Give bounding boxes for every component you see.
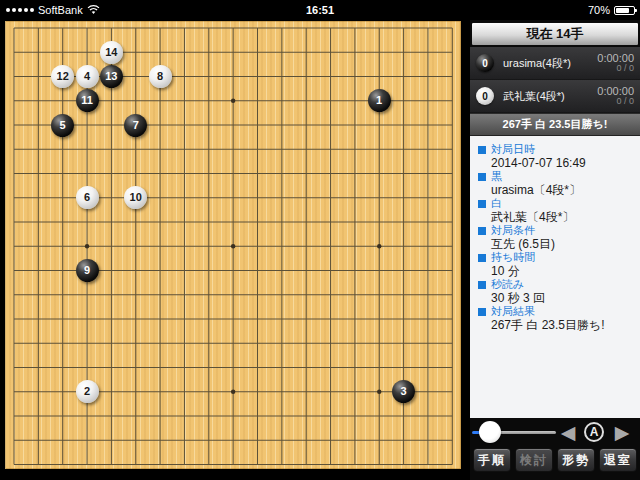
white-captures-stone-icon: 0 <box>476 87 494 105</box>
game-result-banner: 267手 白 23.5目勝ち! <box>470 113 640 136</box>
app-screen: SoftBank 16:51 70% 1234567891011121314 現… <box>0 0 640 480</box>
playback-controls: ◀ A ▶ 手順 検討 形勢 退室 <box>470 418 640 480</box>
info-label: 持ち時間 <box>478 251 634 265</box>
info-value: urasima〔4段*〕 <box>478 184 634 198</box>
bullet-icon <box>478 200 486 208</box>
player-row-white: 0 武礼葉(4段*) 0:00:00 0 / 0 <box>470 80 640 113</box>
stone-black-move-13: 13 <box>100 65 123 88</box>
battery-percent-label: 70% <box>588 4 610 16</box>
bullet-icon <box>478 227 486 235</box>
stone-black-move-7: 7 <box>124 114 147 137</box>
stone-white-move-10: 10 <box>124 186 147 209</box>
stone-white-move-4: 4 <box>76 65 99 88</box>
battery-icon <box>614 6 635 15</box>
info-label: 白 <box>478 197 634 211</box>
info-value: 10 分 <box>478 265 634 279</box>
stone-white-move-14: 14 <box>100 41 123 64</box>
players-panel: 0 urasima(4段*) 0:00:00 0 / 0 0 武礼葉(4段*) … <box>470 47 640 113</box>
moves-button[interactable]: 手順 <box>473 448 511 472</box>
move-counter-header: 現在 14手 <box>471 22 639 46</box>
stone-black-move-5: 5 <box>51 114 74 137</box>
game-details-panel: 対局日時 2014-07-07 16:49 黒 urasima〔4段*〕 白 武… <box>470 136 640 418</box>
white-byoyomi-periods: 0 / 0 <box>597 97 634 107</box>
info-value: 2014-07-07 16:49 <box>478 157 634 171</box>
bullet-icon <box>478 308 486 316</box>
info-label: 秒読み <box>478 278 634 292</box>
info-label: 対局結果 <box>478 305 634 319</box>
stone-black-move-1: 1 <box>368 89 391 112</box>
leave-room-button[interactable]: 退室 <box>599 448 637 472</box>
info-value: 267手 白 23.5目勝ち! <box>478 319 634 333</box>
next-move-button[interactable]: ▶ <box>610 418 634 446</box>
info-label: 黒 <box>478 170 634 184</box>
black-byoyomi-periods: 0 / 0 <box>597 64 634 74</box>
stone-black-move-3: 3 <box>392 380 415 403</box>
autoplay-button[interactable]: A <box>584 422 604 442</box>
stone-black-move-9: 9 <box>76 259 99 282</box>
stone-white-move-6: 6 <box>76 186 99 209</box>
info-value: 武礼葉〔4段*〕 <box>478 211 634 225</box>
go-board[interactable]: 1234567891011121314 <box>5 21 461 469</box>
player-row-black: 0 urasima(4段*) 0:00:00 0 / 0 <box>470 47 640 80</box>
info-label: 対局条件 <box>478 224 634 238</box>
bullet-icon <box>478 173 486 181</box>
game-info-sidebar: 現在 14手 0 urasima(4段*) 0:00:00 0 / 0 0 武礼… <box>470 20 640 480</box>
black-player-name: urasima(4段*) <box>503 56 597 71</box>
info-label: 対局日時 <box>478 143 634 157</box>
move-slider-knob[interactable] <box>479 421 501 443</box>
stone-white-move-2: 2 <box>76 380 99 403</box>
stone-white-move-8: 8 <box>149 65 172 88</box>
white-player-name: 武礼葉(4段*) <box>503 89 597 104</box>
clock-time: 16:51 <box>0 4 640 16</box>
stone-black-move-11: 11 <box>76 89 99 112</box>
bullet-icon <box>478 281 486 289</box>
review-button[interactable]: 検討 <box>515 448 553 472</box>
black-captures-stone-icon: 0 <box>476 54 494 72</box>
stones-layer: 1234567891011121314 <box>2 16 465 477</box>
info-value: 互先 (6.5目) <box>478 238 634 252</box>
stone-white-move-12: 12 <box>51 65 74 88</box>
score-estimate-button[interactable]: 形勢 <box>557 448 595 472</box>
bullet-icon <box>478 254 486 262</box>
previous-move-button[interactable]: ◀ <box>556 418 580 446</box>
info-value: 30 秒 3 回 <box>478 292 634 306</box>
bullet-icon <box>478 146 486 154</box>
